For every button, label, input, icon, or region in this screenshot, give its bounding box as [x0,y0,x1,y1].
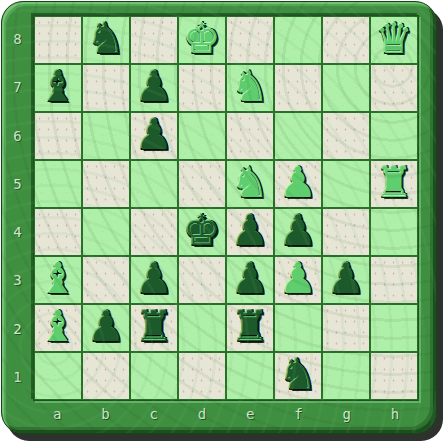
square-c8[interactable] [130,16,178,64]
piece-black-king[interactable]: ♚ [183,208,221,254]
square-g2[interactable] [322,304,370,352]
square-b5[interactable] [82,160,130,208]
square-e8[interactable] [226,16,274,64]
piece-white-bishop[interactable]: ♝ [39,304,77,350]
piece-white-king[interactable]: ♚ [183,16,221,62]
rank-label-1: 1 [2,353,33,401]
square-e7[interactable]: ♞ [226,64,274,112]
file-label-f: f [274,401,322,427]
piece-black-bishop[interactable]: ♝ [39,64,77,110]
square-a8[interactable] [34,16,82,64]
rank-labels: 87654321 [2,15,33,401]
rank-label-2: 2 [2,305,33,353]
piece-black-rook[interactable]: ♜ [135,304,173,350]
square-h3[interactable] [370,256,418,304]
board-frame: 87654321 abcdefgh ♞♚♛♝♟♞♟♞♟♜♚♟♟♝♟♟♟♟♝♟♜♜… [1,1,437,434]
square-b6[interactable] [82,112,130,160]
square-f7[interactable] [274,64,322,112]
square-e3[interactable]: ♟ [226,256,274,304]
rank-label-7: 7 [2,63,33,111]
square-f3[interactable]: ♟ [274,256,322,304]
square-h2[interactable] [370,304,418,352]
square-d2[interactable] [178,304,226,352]
square-b7[interactable] [82,64,130,112]
square-h7[interactable] [370,64,418,112]
file-label-g: g [323,401,371,427]
square-f8[interactable] [274,16,322,64]
piece-white-knight[interactable]: ♞ [231,64,269,110]
piece-white-queen[interactable]: ♛ [375,16,413,62]
square-b8[interactable]: ♞ [82,16,130,64]
square-b3[interactable] [82,256,130,304]
piece-black-pawn[interactable]: ♟ [279,208,317,254]
piece-white-knight[interactable]: ♞ [231,160,269,206]
square-e5[interactable]: ♞ [226,160,274,208]
square-a5[interactable] [34,160,82,208]
square-g1[interactable] [322,352,370,400]
square-f5[interactable]: ♟ [274,160,322,208]
square-b2[interactable]: ♟ [82,304,130,352]
square-e6[interactable] [226,112,274,160]
file-label-b: b [81,401,129,427]
square-g7[interactable] [322,64,370,112]
square-f4[interactable]: ♟ [274,208,322,256]
file-label-a: a [33,401,81,427]
square-b4[interactable] [82,208,130,256]
rank-label-8: 8 [2,15,33,63]
square-f1[interactable]: ♞ [274,352,322,400]
piece-black-pawn[interactable]: ♟ [135,112,173,158]
square-f6[interactable] [274,112,322,160]
rank-label-6: 6 [2,112,33,160]
square-c6[interactable]: ♟ [130,112,178,160]
chess-board[interactable]: ♞♚♛♝♟♞♟♞♟♜♚♟♟♝♟♟♟♟♝♟♜♜♞ [34,16,418,400]
piece-white-pawn[interactable]: ♟ [279,160,317,206]
rank-label-4: 4 [2,208,33,256]
square-g3[interactable]: ♟ [322,256,370,304]
square-e1[interactable] [226,352,274,400]
square-d5[interactable] [178,160,226,208]
square-g5[interactable] [322,160,370,208]
square-a2[interactable]: ♝ [34,304,82,352]
square-a7[interactable]: ♝ [34,64,82,112]
square-c1[interactable] [130,352,178,400]
piece-black-rook[interactable]: ♜ [231,304,269,350]
square-h6[interactable] [370,112,418,160]
rank-label-5: 5 [2,160,33,208]
square-a3[interactable]: ♝ [34,256,82,304]
rank-label-3: 3 [2,256,33,304]
square-a4[interactable] [34,208,82,256]
piece-black-pawn[interactable]: ♟ [87,304,125,350]
file-label-c: c [130,401,178,427]
square-c3[interactable]: ♟ [130,256,178,304]
piece-black-knight[interactable]: ♞ [87,16,125,62]
file-label-e: e [226,401,274,427]
square-a1[interactable] [34,352,82,400]
square-d7[interactable] [178,64,226,112]
piece-black-pawn[interactable]: ♟ [135,256,173,302]
square-a6[interactable] [34,112,82,160]
square-f2[interactable] [274,304,322,352]
piece-white-rook[interactable]: ♜ [375,160,413,206]
board-border: ♞♚♛♝♟♞♟♞♟♜♚♟♟♝♟♟♟♟♝♟♜♜♞ [33,15,419,401]
square-h8[interactable]: ♛ [370,16,418,64]
square-c5[interactable] [130,160,178,208]
square-d1[interactable] [178,352,226,400]
square-d4[interactable]: ♚ [178,208,226,256]
file-label-h: h [371,401,419,427]
piece-white-bishop[interactable]: ♝ [39,256,77,302]
square-d3[interactable] [178,256,226,304]
square-c2[interactable]: ♜ [130,304,178,352]
square-h5[interactable]: ♜ [370,160,418,208]
square-d8[interactable]: ♚ [178,16,226,64]
square-e2[interactable]: ♜ [226,304,274,352]
piece-white-pawn[interactable]: ♟ [279,256,317,302]
square-c4[interactable] [130,208,178,256]
square-h4[interactable] [370,208,418,256]
square-g8[interactable] [322,16,370,64]
piece-black-pawn[interactable]: ♟ [327,256,365,302]
square-d6[interactable] [178,112,226,160]
square-g4[interactable] [322,208,370,256]
piece-black-pawn[interactable]: ♟ [231,256,269,302]
square-h1[interactable] [370,352,418,400]
square-b1[interactable] [82,352,130,400]
piece-black-pawn[interactable]: ♟ [135,64,173,110]
square-g6[interactable] [322,112,370,160]
file-labels: abcdefgh [33,401,419,427]
chess-board-window: 87654321 abcdefgh ♞♚♛♝♟♞♟♞♟♜♚♟♟♝♟♟♟♟♝♟♜♜… [0,0,444,442]
piece-black-knight[interactable]: ♞ [279,352,317,398]
file-label-d: d [178,401,226,427]
square-c7[interactable]: ♟ [130,64,178,112]
square-e4[interactable]: ♟ [226,208,274,256]
piece-black-pawn[interactable]: ♟ [231,208,269,254]
